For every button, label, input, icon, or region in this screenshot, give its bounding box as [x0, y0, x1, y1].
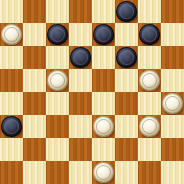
square-d1[interactable] [69, 161, 92, 184]
square-h5[interactable] [161, 69, 184, 92]
square-e1[interactable] [92, 161, 115, 184]
square-b2[interactable] [23, 138, 46, 161]
square-f2[interactable] [115, 138, 138, 161]
square-c7[interactable] [46, 23, 69, 46]
white-man[interactable] [47, 70, 68, 91]
square-f1[interactable] [115, 161, 138, 184]
square-b7[interactable] [23, 23, 46, 46]
checkers-board [0, 0, 184, 184]
square-d4[interactable] [69, 92, 92, 115]
white-man[interactable] [93, 116, 114, 137]
white-man[interactable] [139, 116, 160, 137]
square-g5[interactable] [138, 69, 161, 92]
square-g2[interactable] [138, 138, 161, 161]
square-d8[interactable] [69, 0, 92, 23]
white-man[interactable] [1, 24, 22, 45]
square-e3[interactable] [92, 115, 115, 138]
square-g8[interactable] [138, 0, 161, 23]
square-e2[interactable] [92, 138, 115, 161]
square-h4[interactable] [161, 92, 184, 115]
square-b1[interactable] [23, 161, 46, 184]
square-h7[interactable] [161, 23, 184, 46]
square-a7[interactable] [0, 23, 23, 46]
square-d7[interactable] [69, 23, 92, 46]
square-d2[interactable] [69, 138, 92, 161]
square-c3[interactable] [46, 115, 69, 138]
square-c1[interactable] [46, 161, 69, 184]
white-man[interactable] [139, 70, 160, 91]
white-man[interactable] [162, 93, 183, 114]
black-man[interactable] [116, 47, 137, 68]
white-man[interactable] [93, 162, 114, 183]
square-e6[interactable] [92, 46, 115, 69]
square-a3[interactable] [0, 115, 23, 138]
square-b4[interactable] [23, 92, 46, 115]
square-g3[interactable] [138, 115, 161, 138]
square-a8[interactable] [0, 0, 23, 23]
square-f6[interactable] [115, 46, 138, 69]
square-b3[interactable] [23, 115, 46, 138]
square-h3[interactable] [161, 115, 184, 138]
square-h6[interactable] [161, 46, 184, 69]
square-g4[interactable] [138, 92, 161, 115]
square-b8[interactable] [23, 0, 46, 23]
square-c4[interactable] [46, 92, 69, 115]
square-b5[interactable] [23, 69, 46, 92]
black-man[interactable] [1, 116, 22, 137]
square-f3[interactable] [115, 115, 138, 138]
square-h1[interactable] [161, 161, 184, 184]
square-e4[interactable] [92, 92, 115, 115]
square-c5[interactable] [46, 69, 69, 92]
square-g1[interactable] [138, 161, 161, 184]
square-a4[interactable] [0, 92, 23, 115]
square-c6[interactable] [46, 46, 69, 69]
square-g6[interactable] [138, 46, 161, 69]
square-e5[interactable] [92, 69, 115, 92]
black-man[interactable] [116, 1, 137, 22]
square-f8[interactable] [115, 0, 138, 23]
square-a6[interactable] [0, 46, 23, 69]
square-c8[interactable] [46, 0, 69, 23]
black-man[interactable] [70, 47, 91, 68]
square-f7[interactable] [115, 23, 138, 46]
square-f5[interactable] [115, 69, 138, 92]
square-a2[interactable] [0, 138, 23, 161]
square-d5[interactable] [69, 69, 92, 92]
square-e8[interactable] [92, 0, 115, 23]
square-a5[interactable] [0, 69, 23, 92]
square-a1[interactable] [0, 161, 23, 184]
square-h2[interactable] [161, 138, 184, 161]
square-g7[interactable] [138, 23, 161, 46]
square-f4[interactable] [115, 92, 138, 115]
square-d6[interactable] [69, 46, 92, 69]
square-e7[interactable] [92, 23, 115, 46]
square-c2[interactable] [46, 138, 69, 161]
black-man[interactable] [139, 24, 160, 45]
square-d3[interactable] [69, 115, 92, 138]
square-b6[interactable] [23, 46, 46, 69]
black-man[interactable] [93, 24, 114, 45]
square-h8[interactable] [161, 0, 184, 23]
black-man[interactable] [47, 24, 68, 45]
